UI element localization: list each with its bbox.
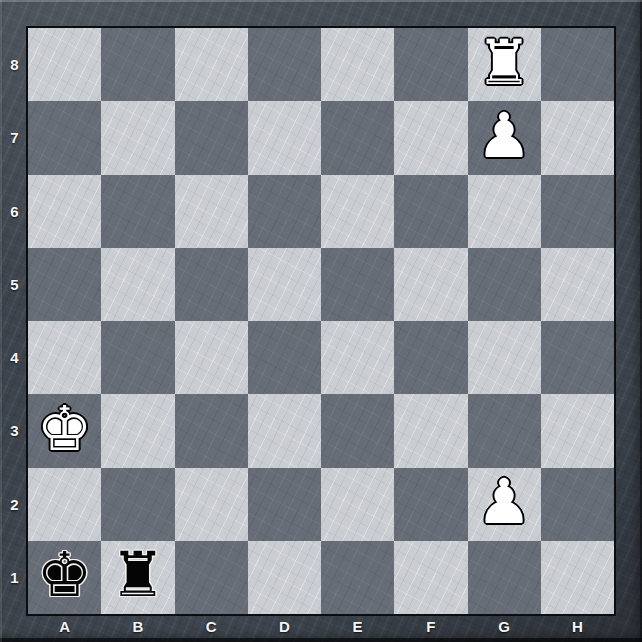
square-f8[interactable] <box>394 28 467 101</box>
file-label-h: H <box>541 614 614 638</box>
black-king[interactable]: ♚ <box>37 544 93 606</box>
white-king[interactable]: ♚ <box>37 398 93 460</box>
board-frame: ♜♟♚♟♚♜ 87654321 ABCDEFGH <box>0 0 642 642</box>
square-g7[interactable]: ♟ <box>468 101 541 174</box>
square-h8[interactable] <box>541 28 614 101</box>
square-d8[interactable] <box>248 28 321 101</box>
square-g3[interactable] <box>468 394 541 467</box>
square-a4[interactable] <box>28 321 101 394</box>
file-label-c: C <box>175 614 248 638</box>
rank-label-2: 2 <box>0 468 26 541</box>
square-e2[interactable] <box>321 468 394 541</box>
square-e3[interactable] <box>321 394 394 467</box>
square-d5[interactable] <box>248 248 321 321</box>
square-a2[interactable] <box>28 468 101 541</box>
square-f2[interactable] <box>394 468 467 541</box>
rank-label-8: 8 <box>0 28 26 101</box>
square-g5[interactable] <box>468 248 541 321</box>
rank-label-1: 1 <box>0 541 26 614</box>
square-d6[interactable] <box>248 175 321 248</box>
file-label-g: G <box>468 614 541 638</box>
square-a1[interactable]: ♚ <box>28 541 101 614</box>
square-e7[interactable] <box>321 101 394 174</box>
square-h3[interactable] <box>541 394 614 467</box>
file-label-f: F <box>394 614 467 638</box>
rank-label-5: 5 <box>0 248 26 321</box>
file-labels: ABCDEFGH <box>28 614 614 638</box>
rank-labels: 87654321 <box>0 28 26 614</box>
square-d1[interactable] <box>248 541 321 614</box>
square-e4[interactable] <box>321 321 394 394</box>
square-h4[interactable] <box>541 321 614 394</box>
square-f3[interactable] <box>394 394 467 467</box>
square-d7[interactable] <box>248 101 321 174</box>
square-h6[interactable] <box>541 175 614 248</box>
square-e8[interactable] <box>321 28 394 101</box>
file-label-a: A <box>28 614 101 638</box>
square-h7[interactable] <box>541 101 614 174</box>
square-f4[interactable] <box>394 321 467 394</box>
chess-board: ♜♟♚♟♚♜ <box>26 26 616 616</box>
square-g6[interactable] <box>468 175 541 248</box>
square-c8[interactable] <box>175 28 248 101</box>
file-label-b: B <box>101 614 174 638</box>
black-rook[interactable]: ♜ <box>110 544 166 606</box>
square-g2[interactable]: ♟ <box>468 468 541 541</box>
square-b1[interactable]: ♜ <box>101 541 174 614</box>
file-label-d: D <box>248 614 321 638</box>
square-c3[interactable] <box>175 394 248 467</box>
square-c1[interactable] <box>175 541 248 614</box>
square-e5[interactable] <box>321 248 394 321</box>
square-b6[interactable] <box>101 175 174 248</box>
rank-label-4: 4 <box>0 321 26 394</box>
rank-label-3: 3 <box>0 394 26 467</box>
rank-label-6: 6 <box>0 175 26 248</box>
square-b2[interactable] <box>101 468 174 541</box>
square-a7[interactable] <box>28 101 101 174</box>
square-a6[interactable] <box>28 175 101 248</box>
square-d3[interactable] <box>248 394 321 467</box>
square-g1[interactable] <box>468 541 541 614</box>
square-d4[interactable] <box>248 321 321 394</box>
square-b7[interactable] <box>101 101 174 174</box>
white-rook[interactable]: ♜ <box>476 32 532 94</box>
square-h2[interactable] <box>541 468 614 541</box>
square-e6[interactable] <box>321 175 394 248</box>
square-f6[interactable] <box>394 175 467 248</box>
square-a5[interactable] <box>28 248 101 321</box>
white-pawn[interactable]: ♟ <box>476 105 532 167</box>
square-a3[interactable]: ♚ <box>28 394 101 467</box>
square-c2[interactable] <box>175 468 248 541</box>
square-c4[interactable] <box>175 321 248 394</box>
square-h1[interactable] <box>541 541 614 614</box>
square-c6[interactable] <box>175 175 248 248</box>
square-g8[interactable]: ♜ <box>468 28 541 101</box>
square-b3[interactable] <box>101 394 174 467</box>
file-label-e: E <box>321 614 394 638</box>
square-f7[interactable] <box>394 101 467 174</box>
rank-label-7: 7 <box>0 101 26 174</box>
square-e1[interactable] <box>321 541 394 614</box>
square-h5[interactable] <box>541 248 614 321</box>
square-c7[interactable] <box>175 101 248 174</box>
square-b8[interactable] <box>101 28 174 101</box>
square-d2[interactable] <box>248 468 321 541</box>
white-pawn[interactable]: ♟ <box>476 471 532 533</box>
square-b5[interactable] <box>101 248 174 321</box>
square-f5[interactable] <box>394 248 467 321</box>
square-f1[interactable] <box>394 541 467 614</box>
square-b4[interactable] <box>101 321 174 394</box>
square-g4[interactable] <box>468 321 541 394</box>
square-c5[interactable] <box>175 248 248 321</box>
square-a8[interactable] <box>28 28 101 101</box>
